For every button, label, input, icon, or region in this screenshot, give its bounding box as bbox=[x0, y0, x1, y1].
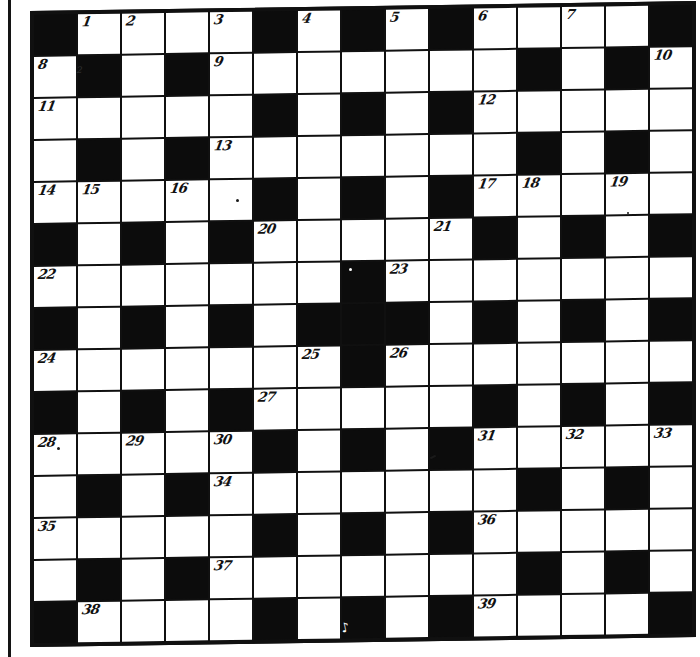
cell-r10c12[interactable]: 32 bbox=[562, 426, 604, 467]
cell-r8c9[interactable] bbox=[430, 344, 472, 385]
cell-r7c10 bbox=[474, 302, 516, 343]
cell-r2c11[interactable] bbox=[518, 91, 560, 132]
cell-r4c5 bbox=[254, 179, 296, 220]
cell-r4c0[interactable]: 14 bbox=[34, 182, 76, 223]
cell-r7c9[interactable] bbox=[430, 302, 472, 343]
cell-r5c13[interactable] bbox=[606, 216, 648, 257]
cell-r12c5 bbox=[254, 515, 296, 556]
cell-r7c3[interactable] bbox=[166, 306, 208, 347]
cell-r3c7[interactable] bbox=[342, 136, 384, 177]
cell-r5c0 bbox=[34, 224, 76, 265]
clue-number-31: 31 bbox=[476, 428, 495, 443]
cell-r7c1[interactable] bbox=[78, 308, 120, 349]
cell-r6c1[interactable] bbox=[78, 266, 120, 307]
cell-r1c8[interactable] bbox=[386, 51, 428, 92]
clue-number-8: 8 bbox=[36, 57, 46, 72]
cell-r1c1 bbox=[78, 56, 120, 97]
cell-r7c6 bbox=[298, 304, 340, 345]
cell-r1c3 bbox=[166, 54, 208, 95]
cell-r3c9[interactable] bbox=[430, 134, 472, 175]
cell-r7c13[interactable] bbox=[606, 300, 648, 341]
cell-r1c13 bbox=[606, 48, 648, 89]
cell-r11c11 bbox=[518, 469, 560, 510]
cell-r6c5[interactable] bbox=[254, 263, 296, 304]
clue-number-4: 4 bbox=[300, 11, 310, 26]
cell-r3c8[interactable] bbox=[386, 135, 428, 176]
scan-dot-mark bbox=[57, 447, 60, 450]
cell-r0c3[interactable] bbox=[166, 12, 208, 53]
clue-number-17: 17 bbox=[476, 176, 495, 191]
cell-r9c13[interactable] bbox=[606, 384, 648, 425]
cell-r5c5[interactable]: 20 bbox=[254, 221, 296, 262]
cell-r11c1 bbox=[78, 476, 120, 517]
scan-dot-white-mark bbox=[349, 268, 352, 271]
clue-number-35: 35 bbox=[36, 519, 55, 534]
cell-r0c1[interactable]: 1 bbox=[78, 14, 120, 55]
cell-r6c10[interactable] bbox=[474, 260, 516, 301]
clue-number-7: 7 bbox=[564, 7, 574, 22]
cell-r7c5[interactable] bbox=[254, 305, 296, 346]
cell-r4c9 bbox=[430, 176, 472, 217]
cell-r9c8[interactable] bbox=[386, 387, 428, 428]
cell-r13c0[interactable] bbox=[34, 560, 76, 601]
cell-r14c5 bbox=[254, 599, 296, 640]
cell-r9c6[interactable] bbox=[298, 388, 340, 429]
cell-r14c3[interactable] bbox=[166, 600, 208, 641]
clue-number-34: 34 bbox=[212, 474, 231, 489]
clue-number-27: 27 bbox=[256, 389, 275, 404]
cell-r9c12 bbox=[562, 384, 604, 425]
cell-r14c6[interactable] bbox=[298, 598, 340, 639]
clue-number-32: 32 bbox=[564, 427, 583, 442]
cell-r12c8[interactable] bbox=[386, 513, 428, 554]
cell-r14c9 bbox=[430, 596, 472, 637]
cell-r2c4[interactable] bbox=[210, 96, 252, 137]
cell-r13c1 bbox=[78, 560, 120, 601]
clue-number-30: 30 bbox=[212, 432, 231, 447]
cell-r12c11[interactable] bbox=[518, 511, 560, 552]
cell-r5c11[interactable] bbox=[518, 217, 560, 258]
cell-r14c0 bbox=[34, 602, 76, 643]
cell-r0c14 bbox=[650, 5, 692, 46]
cell-r13c7[interactable] bbox=[342, 556, 384, 597]
cell-r5c6[interactable] bbox=[298, 220, 340, 261]
cell-r2c14[interactable] bbox=[650, 89, 692, 130]
cell-r10c5 bbox=[254, 431, 296, 472]
scanned-page: 1234567891011121314151617181920212223242… bbox=[0, 0, 700, 657]
cell-r5c2 bbox=[122, 223, 164, 264]
cell-r3c10[interactable] bbox=[474, 134, 516, 175]
cell-r13c2[interactable] bbox=[122, 559, 164, 600]
cell-r1c11 bbox=[518, 49, 560, 90]
cell-r3c12[interactable] bbox=[562, 132, 604, 173]
cell-r9c5[interactable]: 27 bbox=[254, 389, 296, 430]
cell-r13c12[interactable] bbox=[562, 552, 604, 593]
cell-r11c6[interactable] bbox=[298, 472, 340, 513]
clue-number-20: 20 bbox=[256, 221, 275, 236]
cell-r6c11[interactable] bbox=[518, 259, 560, 300]
cell-r3c2[interactable] bbox=[122, 139, 164, 180]
cell-r9c3[interactable] bbox=[166, 390, 208, 431]
cell-r5c1[interactable] bbox=[78, 224, 120, 265]
cell-r10c6[interactable] bbox=[298, 430, 340, 471]
clue-number-18: 18 bbox=[520, 175, 539, 190]
cell-r12c10[interactable]: 36 bbox=[474, 512, 516, 553]
cell-r11c12[interactable] bbox=[562, 468, 604, 509]
cell-r13c8[interactable] bbox=[386, 555, 428, 596]
cell-r14c13[interactable] bbox=[606, 594, 648, 635]
cell-r1c14[interactable]: 10 bbox=[650, 47, 692, 88]
clue-number-5: 5 bbox=[388, 10, 398, 25]
cell-r2c1[interactable] bbox=[78, 98, 120, 139]
cell-r9c2 bbox=[122, 391, 164, 432]
cell-r12c4[interactable] bbox=[210, 516, 252, 557]
cell-r9c7[interactable] bbox=[342, 388, 384, 429]
clue-number-9: 9 bbox=[212, 54, 222, 69]
cell-r3c13 bbox=[606, 132, 648, 173]
cell-r8c6[interactable]: 25 bbox=[298, 346, 340, 387]
cell-r6c2[interactable] bbox=[122, 265, 164, 306]
cell-r3c0[interactable] bbox=[34, 140, 76, 181]
cell-r7c12 bbox=[562, 300, 604, 341]
cell-r8c4[interactable] bbox=[210, 348, 252, 389]
cell-r9c1[interactable] bbox=[78, 392, 120, 433]
cell-r12c12[interactable] bbox=[562, 510, 604, 551]
cell-r1c9[interactable] bbox=[430, 50, 472, 91]
cell-r10c1[interactable] bbox=[78, 434, 120, 475]
cell-r2c3[interactable] bbox=[166, 96, 208, 137]
cell-r8c10[interactable] bbox=[474, 344, 516, 385]
cell-r7c8 bbox=[386, 303, 428, 344]
cell-r1c12[interactable] bbox=[562, 48, 604, 89]
cell-r14c12[interactable] bbox=[562, 594, 604, 635]
cell-r8c1[interactable] bbox=[78, 350, 120, 391]
cell-r0c0 bbox=[34, 14, 76, 55]
cell-r7c11[interactable] bbox=[518, 301, 560, 342]
cell-r12c13[interactable] bbox=[606, 510, 648, 551]
cell-r9c14 bbox=[650, 383, 692, 424]
cell-r12c7 bbox=[342, 514, 384, 555]
clue-number-23: 23 bbox=[388, 261, 407, 276]
cell-r7c0 bbox=[34, 308, 76, 349]
cell-r11c14[interactable] bbox=[650, 467, 692, 508]
cell-r7c2 bbox=[122, 307, 164, 348]
cell-r1c2[interactable] bbox=[122, 55, 164, 96]
cell-r6c4[interactable] bbox=[210, 264, 252, 305]
clue-number-15: 15 bbox=[80, 182, 99, 197]
cell-r10c9 bbox=[430, 428, 472, 469]
cell-r4c13[interactable]: 19 bbox=[606, 174, 648, 215]
cell-r3c3 bbox=[166, 138, 208, 179]
cell-r13c3 bbox=[166, 558, 208, 599]
cell-r0c9 bbox=[430, 8, 472, 49]
cell-r14c10[interactable]: 39 bbox=[474, 596, 516, 637]
cell-r6c12[interactable] bbox=[562, 258, 604, 299]
cell-r11c7[interactable] bbox=[342, 472, 384, 513]
cell-r12c2[interactable] bbox=[122, 517, 164, 558]
cell-r2c0[interactable]: 11 bbox=[34, 98, 76, 139]
cell-r9c11[interactable] bbox=[518, 385, 560, 426]
clue-number-24: 24 bbox=[36, 351, 55, 366]
cell-r1c7[interactable] bbox=[342, 52, 384, 93]
cell-r10c8[interactable] bbox=[386, 429, 428, 470]
cell-r13c11 bbox=[518, 553, 560, 594]
cell-r3c5[interactable] bbox=[254, 137, 296, 178]
cell-r8c7 bbox=[342, 346, 384, 387]
cell-r14c1[interactable]: 38 bbox=[78, 602, 120, 643]
cell-r14c2[interactable] bbox=[122, 601, 164, 642]
cell-r14c14 bbox=[650, 593, 692, 634]
clue-number-13: 13 bbox=[212, 138, 231, 153]
cell-r11c3 bbox=[166, 474, 208, 515]
clue-number-16: 16 bbox=[168, 181, 187, 196]
cell-r0c4[interactable]: 3 bbox=[210, 12, 252, 53]
cell-r11c5[interactable] bbox=[254, 473, 296, 514]
cell-r4c1[interactable]: 15 bbox=[78, 182, 120, 223]
cell-r11c2[interactable] bbox=[122, 475, 164, 516]
cell-r13c5[interactable] bbox=[254, 557, 296, 598]
cell-r5c4 bbox=[210, 222, 252, 263]
clue-number-11: 11 bbox=[36, 99, 55, 114]
cell-r13c13 bbox=[606, 552, 648, 593]
cell-r6c3[interactable] bbox=[166, 264, 208, 305]
cell-r12c9 bbox=[430, 512, 472, 553]
cell-r11c8[interactable] bbox=[386, 471, 428, 512]
cell-r12c1[interactable] bbox=[78, 518, 120, 559]
clue-number-36: 36 bbox=[476, 512, 495, 527]
clue-number-2: 2 bbox=[124, 13, 134, 28]
cell-r3c14[interactable] bbox=[650, 131, 692, 172]
cell-r14c11[interactable] bbox=[518, 595, 560, 636]
cell-r12c3[interactable] bbox=[166, 516, 208, 557]
cell-r8c13[interactable] bbox=[606, 342, 648, 383]
cell-r2c6[interactable] bbox=[298, 94, 340, 135]
cell-r5c8[interactable] bbox=[386, 219, 428, 260]
cell-r5c9[interactable]: 21 bbox=[430, 218, 472, 259]
cell-r12c6[interactable] bbox=[298, 514, 340, 555]
clue-number-26: 26 bbox=[388, 345, 407, 360]
cell-r14c4[interactable] bbox=[210, 600, 252, 641]
cell-r9c9[interactable] bbox=[430, 386, 472, 427]
cell-r8c12[interactable] bbox=[562, 342, 604, 383]
cell-r2c13[interactable] bbox=[606, 90, 648, 131]
cell-r0c10[interactable]: 6 bbox=[474, 8, 516, 49]
clue-number-19: 19 bbox=[608, 174, 627, 189]
clue-number-14: 14 bbox=[36, 183, 55, 198]
cell-r10c11[interactable] bbox=[518, 427, 560, 468]
cell-r7c14 bbox=[650, 299, 692, 340]
cell-r1c4[interactable]: 9 bbox=[210, 54, 252, 95]
cell-r6c6[interactable] bbox=[298, 262, 340, 303]
cell-r4c12[interactable] bbox=[562, 174, 604, 215]
cell-r3c6[interactable] bbox=[298, 136, 340, 177]
clue-number-37: 37 bbox=[212, 558, 231, 573]
cell-r8c2[interactable] bbox=[122, 349, 164, 390]
scan-smudge-mark: 2 bbox=[76, 66, 82, 75]
cell-r4c8[interactable] bbox=[386, 177, 428, 218]
cell-r10c2[interactable]: 29 bbox=[122, 433, 164, 474]
cell-r6c13[interactable] bbox=[606, 258, 648, 299]
cell-r10c4[interactable]: 30 bbox=[210, 432, 252, 473]
cell-r2c5 bbox=[254, 95, 296, 136]
cell-r0c7 bbox=[342, 10, 384, 51]
cell-r9c4 bbox=[210, 390, 252, 431]
cell-r0c6[interactable]: 4 bbox=[298, 10, 340, 51]
cell-r6c0[interactable]: 22 bbox=[34, 266, 76, 307]
clue-number-1: 1 bbox=[80, 14, 90, 29]
clue-number-10: 10 bbox=[652, 47, 671, 62]
cell-r2c2[interactable] bbox=[122, 97, 164, 138]
cell-r2c12[interactable] bbox=[562, 90, 604, 131]
cell-r10c0[interactable]: 28 bbox=[34, 434, 76, 475]
cell-r9c0 bbox=[34, 392, 76, 433]
page-margin-rule bbox=[8, 0, 11, 657]
cell-r10c10[interactable]: 31 bbox=[474, 428, 516, 469]
cell-r13c6[interactable] bbox=[298, 556, 340, 597]
clue-number-21: 21 bbox=[432, 219, 451, 234]
cell-r8c3[interactable] bbox=[166, 348, 208, 389]
cell-r10c7 bbox=[342, 430, 384, 471]
crossword-board: 1234567891011121314151617181920212223242… bbox=[30, 1, 696, 647]
cell-r11c4[interactable]: 34 bbox=[210, 474, 252, 515]
cell-r10c3[interactable] bbox=[166, 432, 208, 473]
scan-dot-mark bbox=[627, 212, 629, 214]
cell-r5c14 bbox=[650, 215, 692, 256]
cell-r1c6[interactable] bbox=[298, 52, 340, 93]
cell-r0c8[interactable]: 5 bbox=[386, 9, 428, 50]
cell-r3c11 bbox=[518, 133, 560, 174]
clue-number-6: 6 bbox=[476, 8, 486, 23]
cell-r4c2[interactable] bbox=[122, 181, 164, 222]
cell-r1c5[interactable] bbox=[254, 53, 296, 94]
cell-r13c9[interactable] bbox=[430, 554, 472, 595]
cell-r5c12 bbox=[562, 216, 604, 257]
cell-r13c10[interactable] bbox=[474, 554, 516, 595]
clue-number-12: 12 bbox=[476, 92, 495, 107]
cell-r13c14[interactable] bbox=[650, 551, 692, 592]
cell-r11c0[interactable] bbox=[34, 476, 76, 517]
cell-r1c10[interactable] bbox=[474, 50, 516, 91]
cell-r5c7[interactable] bbox=[342, 220, 384, 261]
scan-dot-mark bbox=[236, 199, 239, 202]
cell-r8c0[interactable]: 24 bbox=[34, 350, 76, 391]
cell-r12c14[interactable] bbox=[650, 509, 692, 550]
cell-r11c10[interactable] bbox=[474, 470, 516, 511]
cell-r4c10[interactable]: 17 bbox=[474, 176, 516, 217]
cell-r8c14[interactable] bbox=[650, 341, 692, 382]
cell-r0c13[interactable] bbox=[606, 6, 648, 47]
cell-r0c5 bbox=[254, 11, 296, 52]
cell-r2c7 bbox=[342, 94, 384, 135]
cell-r4c11[interactable]: 18 bbox=[518, 175, 560, 216]
cell-r3c4[interactable]: 13 bbox=[210, 138, 252, 179]
clue-number-38: 38 bbox=[80, 602, 99, 617]
cell-r0c2[interactable]: 2 bbox=[122, 13, 164, 54]
clue-number-22: 22 bbox=[36, 267, 55, 282]
clue-number-3: 3 bbox=[212, 12, 222, 27]
cell-r11c13 bbox=[606, 468, 648, 509]
cell-r13c4[interactable]: 37 bbox=[210, 558, 252, 599]
cell-r8c5[interactable] bbox=[254, 347, 296, 388]
clue-number-28: 28 bbox=[36, 435, 55, 450]
cell-r10c14[interactable]: 33 bbox=[650, 425, 692, 466]
cell-r4c6[interactable] bbox=[298, 178, 340, 219]
cell-r4c3[interactable]: 16 bbox=[166, 180, 208, 221]
cell-r4c7 bbox=[342, 178, 384, 219]
cell-r9c10 bbox=[474, 386, 516, 427]
cell-r7c4 bbox=[210, 306, 252, 347]
cell-r0c11[interactable] bbox=[518, 7, 560, 48]
cell-r1c0[interactable]: 8 bbox=[34, 56, 76, 97]
cell-r2c10[interactable]: 12 bbox=[474, 92, 516, 133]
cell-r11c9[interactable] bbox=[430, 470, 472, 511]
cell-r4c14[interactable] bbox=[650, 173, 692, 214]
cell-r8c8[interactable]: 26 bbox=[386, 345, 428, 386]
cell-r5c10 bbox=[474, 218, 516, 259]
cell-r3c1 bbox=[78, 140, 120, 181]
cell-r5c3[interactable] bbox=[166, 222, 208, 263]
cell-r14c8[interactable] bbox=[386, 597, 428, 638]
cell-r2c8[interactable] bbox=[386, 93, 428, 134]
cell-r2c9 bbox=[430, 92, 472, 133]
cell-r12c0[interactable]: 35 bbox=[34, 518, 76, 559]
clue-number-29: 29 bbox=[124, 433, 143, 448]
cell-r10c13[interactable] bbox=[606, 426, 648, 467]
cell-r4c4[interactable] bbox=[210, 180, 252, 221]
clue-number-33: 33 bbox=[652, 425, 671, 440]
cell-r7c7 bbox=[342, 304, 384, 345]
cell-r8c11[interactable] bbox=[518, 343, 560, 384]
cell-r6c8[interactable]: 23 bbox=[386, 261, 428, 302]
cell-r6c9[interactable] bbox=[430, 260, 472, 301]
cell-r6c14[interactable] bbox=[650, 257, 692, 298]
cell-r0c12[interactable]: 7 bbox=[562, 6, 604, 47]
clue-number-25: 25 bbox=[300, 347, 319, 362]
clue-number-39: 39 bbox=[476, 596, 495, 611]
